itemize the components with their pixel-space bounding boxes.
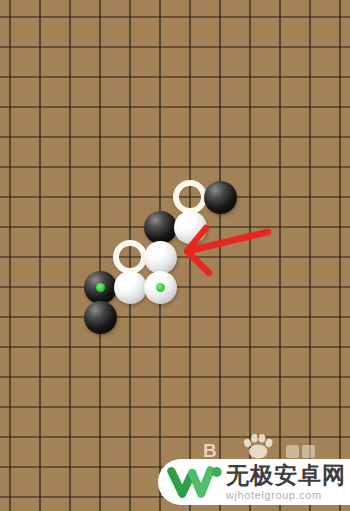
stone-white[interactable]: ○ [144, 271, 177, 304]
gomoku-board-screen: ●●○○●○○● B 无极安卓网 wjhotelgroup.com [0, 0, 350, 511]
last-move-marker [96, 283, 105, 292]
stone-white[interactable]: ○ [114, 271, 147, 304]
highlight-ring[interactable] [173, 180, 207, 214]
stone-black[interactable]: ● [84, 301, 117, 334]
watermark-site-name: 无极安卓网 [226, 464, 346, 487]
wjhotel-logo-icon [165, 462, 223, 502]
last-move-marker [156, 283, 165, 292]
white-stone-glyph: ○ [114, 271, 147, 304]
stone-white[interactable]: ○ [144, 241, 177, 274]
black-stone-glyph: ● [84, 301, 117, 334]
white-stone-glyph: ○ [144, 241, 177, 274]
watermark-banner: 无极安卓网 wjhotelgroup.com [158, 459, 350, 505]
white-stone-glyph: ○ [174, 211, 207, 244]
stone-black[interactable]: ● [84, 271, 117, 304]
stone-black[interactable]: ● [204, 181, 237, 214]
stone-black[interactable]: ● [144, 211, 177, 244]
black-stone-glyph: ● [144, 211, 177, 244]
watermark-url: wjhotelgroup.com [226, 490, 346, 501]
stone-white[interactable]: ○ [174, 211, 207, 244]
highlight-ring[interactable] [113, 240, 147, 274]
black-stone-glyph: ● [204, 181, 237, 214]
